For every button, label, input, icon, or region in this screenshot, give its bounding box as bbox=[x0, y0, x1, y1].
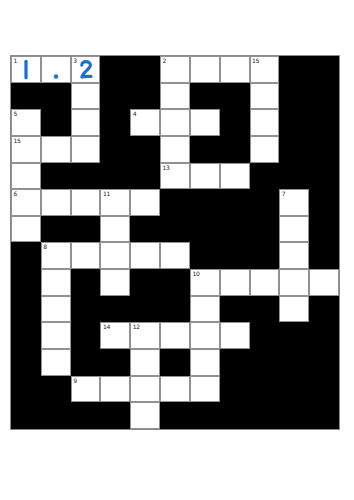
block-cell-r10c5 bbox=[130, 296, 160, 323]
block-cell-r8c11 bbox=[309, 242, 339, 269]
cell-r4c1[interactable]: 15 bbox=[11, 136, 41, 163]
block-cell-r8c8 bbox=[220, 242, 250, 269]
block-cell-r13c11 bbox=[309, 376, 339, 403]
block-cell-r10c8 bbox=[220, 296, 250, 323]
clue-number: 5 bbox=[14, 110, 18, 117]
block-cell-r3c8 bbox=[220, 109, 250, 136]
block-cell-r12c3 bbox=[71, 349, 101, 376]
clue-number: 13 bbox=[163, 164, 170, 171]
cell-r8c2[interactable]: 8 bbox=[41, 242, 71, 269]
block-cell-r13c1 bbox=[11, 376, 41, 403]
block-cell-r8c9 bbox=[250, 242, 280, 269]
block-cell-r5c11 bbox=[309, 163, 339, 190]
cell-r3c7[interactable] bbox=[190, 109, 220, 136]
block-cell-r14c2 bbox=[41, 402, 71, 429]
cell-r9c7[interactable]: 10 bbox=[190, 269, 220, 296]
block-cell-r14c3 bbox=[71, 402, 101, 429]
block-cell-r7c7 bbox=[190, 216, 220, 243]
cell-r9c11[interactable] bbox=[309, 269, 339, 296]
cell-r5c6[interactable]: 13 bbox=[160, 163, 190, 190]
cell-r5c7[interactable] bbox=[190, 163, 220, 190]
block-cell-r11c1 bbox=[11, 322, 41, 349]
clue-number: 7 bbox=[282, 190, 286, 197]
clue-number: 14 bbox=[103, 323, 110, 330]
block-cell-r6c8 bbox=[220, 189, 250, 216]
block-cell-r7c5 bbox=[130, 216, 160, 243]
block-cell-r14c11 bbox=[309, 402, 339, 429]
cell-r8c4[interactable] bbox=[100, 242, 130, 269]
block-cell-r14c1 bbox=[11, 402, 41, 429]
block-cell-r11c10 bbox=[279, 322, 309, 349]
block-cell-r5c4 bbox=[100, 163, 130, 190]
cell-r6c5[interactable] bbox=[130, 189, 160, 216]
cell-r11c7[interactable] bbox=[190, 322, 220, 349]
block-cell-r5c2 bbox=[41, 163, 71, 190]
cell-r6c2[interactable] bbox=[41, 189, 71, 216]
cell-r1c3[interactable]: 3 bbox=[71, 56, 101, 83]
entered-character bbox=[12, 57, 40, 82]
cell-r6c3[interactable] bbox=[71, 189, 101, 216]
cell-r6c1[interactable]: 6 bbox=[11, 189, 41, 216]
block-cell-r4c4 bbox=[100, 136, 130, 163]
block-cell-r14c6 bbox=[160, 402, 190, 429]
block-cell-r3c4 bbox=[100, 109, 130, 136]
block-cell-r6c6 bbox=[160, 189, 190, 216]
cell-r4c6[interactable] bbox=[160, 136, 190, 163]
block-cell-r9c1 bbox=[11, 269, 41, 296]
block-cell-r14c8 bbox=[220, 402, 250, 429]
block-cell-r2c1 bbox=[11, 83, 41, 110]
block-cell-r7c3 bbox=[71, 216, 101, 243]
block-cell-r13c8 bbox=[220, 376, 250, 403]
cell-r13c3[interactable]: 9 bbox=[71, 376, 101, 403]
block-cell-r1c10 bbox=[279, 56, 309, 83]
cell-r3c3[interactable] bbox=[71, 109, 101, 136]
cell-r6c4[interactable]: 11 bbox=[100, 189, 130, 216]
cell-r10c10[interactable] bbox=[279, 296, 309, 323]
block-cell-r4c8 bbox=[220, 136, 250, 163]
block-cell-r2c2 bbox=[41, 83, 71, 110]
block-cell-r7c9 bbox=[250, 216, 280, 243]
cell-r1c1[interactable]: 1 bbox=[11, 56, 41, 83]
cell-r7c10[interactable] bbox=[279, 216, 309, 243]
block-cell-r4c7 bbox=[190, 136, 220, 163]
block-cell-r2c4 bbox=[100, 83, 130, 110]
cell-r11c6[interactable] bbox=[160, 322, 190, 349]
cell-r2c3[interactable] bbox=[71, 83, 101, 110]
block-cell-r13c10 bbox=[279, 376, 309, 403]
block-cell-r10c11 bbox=[309, 296, 339, 323]
block-cell-r8c7 bbox=[190, 242, 220, 269]
block-cell-r7c6 bbox=[160, 216, 190, 243]
cell-r3c6[interactable] bbox=[160, 109, 190, 136]
block-cell-r2c11 bbox=[309, 83, 339, 110]
block-cell-r2c8 bbox=[220, 83, 250, 110]
cell-r3c5[interactable]: 4 bbox=[130, 109, 160, 136]
clue-number: 11 bbox=[103, 190, 110, 197]
block-cell-r11c3 bbox=[71, 322, 101, 349]
clue-number: 4 bbox=[133, 110, 137, 117]
block-cell-r10c4 bbox=[100, 296, 130, 323]
block-cell-r3c2 bbox=[41, 109, 71, 136]
cell-r8c10[interactable] bbox=[279, 242, 309, 269]
cell-r11c4[interactable]: 14 bbox=[100, 322, 130, 349]
cell-r13c4[interactable] bbox=[100, 376, 130, 403]
cell-r1c2[interactable] bbox=[41, 56, 71, 83]
cell-r13c5[interactable] bbox=[130, 376, 160, 403]
block-cell-r13c2 bbox=[41, 376, 71, 403]
cell-r13c7[interactable] bbox=[190, 376, 220, 403]
cell-r1c6[interactable]: 2 bbox=[160, 56, 190, 83]
block-cell-r4c11 bbox=[309, 136, 339, 163]
block-cell-r12c11 bbox=[309, 349, 339, 376]
cell-r8c3[interactable] bbox=[71, 242, 101, 269]
cell-r3c1[interactable]: 5 bbox=[11, 109, 41, 136]
block-cell-r11c9 bbox=[250, 322, 280, 349]
cell-r11c2[interactable] bbox=[41, 322, 71, 349]
clue-number: 2 bbox=[163, 57, 167, 64]
block-cell-r12c8 bbox=[220, 349, 250, 376]
cell-r9c4[interactable] bbox=[100, 269, 130, 296]
block-cell-r10c6 bbox=[160, 296, 190, 323]
cell-r1c8[interactable] bbox=[220, 56, 250, 83]
block-cell-r1c11 bbox=[309, 56, 339, 83]
block-cell-r14c10 bbox=[279, 402, 309, 429]
block-cell-r13c9 bbox=[250, 376, 280, 403]
cell-r9c8[interactable] bbox=[220, 269, 250, 296]
clue-number: 6 bbox=[14, 190, 18, 197]
cell-r7c1[interactable] bbox=[11, 216, 41, 243]
block-cell-r14c7 bbox=[190, 402, 220, 429]
block-cell-r10c3 bbox=[71, 296, 101, 323]
block-cell-r12c9 bbox=[250, 349, 280, 376]
block-cell-r2c10 bbox=[279, 83, 309, 110]
block-cell-r2c5 bbox=[130, 83, 160, 110]
block-cell-r10c9 bbox=[250, 296, 280, 323]
block-cell-r3c11 bbox=[309, 109, 339, 136]
block-cell-r7c8 bbox=[220, 216, 250, 243]
block-cell-r5c10 bbox=[279, 163, 309, 190]
crossword-board: 13215541513611781014129 bbox=[10, 55, 340, 430]
block-cell-r4c5 bbox=[130, 136, 160, 163]
block-cell-r6c7 bbox=[190, 189, 220, 216]
clue-number: 15 bbox=[14, 137, 21, 144]
clue-number: 15 bbox=[252, 57, 259, 64]
cell-r2c6[interactable] bbox=[160, 83, 190, 110]
cell-r4c2[interactable] bbox=[41, 136, 71, 163]
cell-r14c5[interactable] bbox=[130, 402, 160, 429]
cell-r7c4[interactable] bbox=[100, 216, 130, 243]
cell-r8c5[interactable] bbox=[130, 242, 160, 269]
cell-r8c6[interactable] bbox=[160, 242, 190, 269]
block-cell-r12c10 bbox=[279, 349, 309, 376]
cell-r4c9[interactable] bbox=[250, 136, 280, 163]
cell-r2c9[interactable] bbox=[250, 83, 280, 110]
cell-r5c8[interactable] bbox=[220, 163, 250, 190]
block-cell-r12c4 bbox=[100, 349, 130, 376]
block-cell-r4c10 bbox=[279, 136, 309, 163]
cell-r12c7[interactable] bbox=[190, 349, 220, 376]
clue-number: 12 bbox=[133, 323, 140, 330]
block-cell-r3c10 bbox=[279, 109, 309, 136]
cell-r9c2[interactable] bbox=[41, 269, 71, 296]
cell-r5c1[interactable] bbox=[11, 163, 41, 190]
block-cell-r8c1 bbox=[11, 242, 41, 269]
cell-r13c6[interactable] bbox=[160, 376, 190, 403]
clue-number: 8 bbox=[43, 243, 47, 250]
block-cell-r9c6 bbox=[160, 269, 190, 296]
cell-r1c7[interactable] bbox=[190, 56, 220, 83]
block-cell-r1c4 bbox=[100, 56, 130, 83]
block-cell-r12c1 bbox=[11, 349, 41, 376]
block-cell-r7c2 bbox=[41, 216, 71, 243]
cell-r12c5[interactable] bbox=[130, 349, 160, 376]
cell-r3c9[interactable] bbox=[250, 109, 280, 136]
cell-r9c9[interactable] bbox=[250, 269, 280, 296]
block-cell-r7c11 bbox=[309, 216, 339, 243]
cell-r11c5[interactable]: 12 bbox=[130, 322, 160, 349]
block-cell-r1c5 bbox=[130, 56, 160, 83]
cell-r6c10[interactable]: 7 bbox=[279, 189, 309, 216]
block-cell-r9c5 bbox=[130, 269, 160, 296]
block-cell-r14c4 bbox=[100, 402, 130, 429]
block-cell-r12c6 bbox=[160, 349, 190, 376]
cell-r10c7[interactable] bbox=[190, 296, 220, 323]
cell-r11c8[interactable] bbox=[220, 322, 250, 349]
cell-r4c3[interactable] bbox=[71, 136, 101, 163]
block-cell-r14c9 bbox=[250, 402, 280, 429]
cell-r12c2[interactable] bbox=[41, 349, 71, 376]
cell-r10c2[interactable] bbox=[41, 296, 71, 323]
block-cell-r9c3 bbox=[71, 269, 101, 296]
block-cell-r5c9 bbox=[250, 163, 280, 190]
block-cell-r2c7 bbox=[190, 83, 220, 110]
clue-number: 10 bbox=[192, 270, 199, 277]
clue-number: 9 bbox=[73, 377, 77, 384]
block-cell-r6c9 bbox=[250, 189, 280, 216]
block-cell-r5c3 bbox=[71, 163, 101, 190]
block-cell-r10c1 bbox=[11, 296, 41, 323]
cell-r1c9[interactable]: 15 bbox=[250, 56, 280, 83]
entered-character bbox=[42, 57, 70, 82]
block-cell-r11c11 bbox=[309, 322, 339, 349]
cell-r9c10[interactable] bbox=[279, 269, 309, 296]
block-cell-r6c11 bbox=[309, 189, 339, 216]
block-cell-r5c5 bbox=[130, 163, 160, 190]
entered-character bbox=[72, 57, 100, 82]
